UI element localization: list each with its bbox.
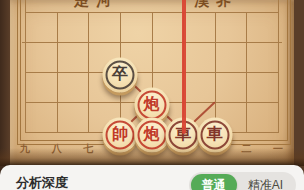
piece-glyph: 卒 (112, 66, 128, 82)
mode-button-precise-ai[interactable]: 精准AI (237, 174, 294, 190)
file-label-9: 九 (20, 142, 30, 156)
xiangqi-board[interactable]: 楚河 漢界 九八七六五四三二一 卒炮帥炮車車 (10, 0, 294, 166)
piece-black-chariot[interactable]: 車 (197, 117, 232, 152)
piece-glyph: 帥 (112, 126, 128, 142)
piece-red-general[interactable]: 帥 (102, 117, 137, 152)
file-label-2: 二 (241, 142, 251, 156)
file-label-8: 八 (52, 142, 62, 156)
river-text-left: 楚河 (74, 0, 118, 10)
last-move-line (182, 0, 186, 134)
analysis-panel: 分析深度 普通 精准AI (0, 165, 304, 190)
river-text-right: 漢界 (194, 0, 238, 10)
piece-glyph: 車 (207, 126, 223, 142)
app-screen: 楚河 漢界 九八七六五四三二一 卒炮帥炮車車 分析深度 普通 精准AI (0, 0, 304, 190)
piece-red-cannon[interactable]: 炮 (134, 117, 169, 152)
analysis-depth-label: 分析深度 (16, 174, 68, 190)
file-label-7: 七 (83, 142, 93, 156)
piece-black-chariot[interactable]: 車 (166, 117, 201, 152)
piece-black-pawn[interactable]: 卒 (102, 57, 137, 92)
piece-glyph: 炮 (144, 126, 160, 142)
depth-mode-segmented-control[interactable]: 普通 精准AI (189, 172, 296, 190)
file-label-1: 一 (273, 142, 283, 156)
piece-glyph: 炮 (144, 96, 160, 112)
mode-button-normal[interactable]: 普通 (191, 174, 237, 190)
piece-glyph: 車 (175, 126, 191, 142)
